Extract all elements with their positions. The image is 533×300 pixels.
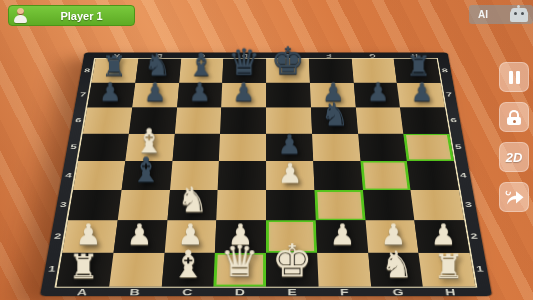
share-arrow-icon [504, 189, 525, 206]
square-d4[interactable] [217, 161, 265, 190]
square-e1[interactable]: ♚ [266, 252, 318, 286]
square-e7[interactable] [266, 83, 311, 108]
rank-label-left-2: 2 [53, 232, 61, 241]
white-pawn[interactable]: ♟ [113, 220, 164, 249]
square-f4[interactable] [313, 161, 362, 190]
white-pawn[interactable]: ♟ [316, 220, 367, 249]
square-a4[interactable] [73, 161, 125, 190]
black-king[interactable]: ♚ [266, 42, 310, 80]
black-pawn[interactable]: ♟ [266, 131, 313, 158]
square-g3[interactable] [362, 190, 414, 220]
lock-icon [507, 110, 521, 125]
white-pawn[interactable]: ♟ [418, 220, 469, 249]
square-h4[interactable] [407, 161, 459, 190]
square-g6[interactable] [355, 107, 403, 133]
black-bishop[interactable]: ♝ [121, 152, 169, 187]
rank-label-right-8: 8 [441, 67, 448, 73]
square-g7[interactable]: ♟ [353, 83, 400, 108]
file-label-top-A: A [113, 53, 120, 58]
person-avatar-icon [12, 7, 29, 24]
square-b7[interactable]: ♟ [132, 83, 179, 108]
white-knight[interactable]: ♞ [167, 182, 216, 217]
rank-label-left-6: 6 [74, 117, 81, 124]
square-e8[interactable]: ♚ [266, 59, 310, 83]
rank-label-right-1: 1 [475, 264, 484, 273]
file-label-top-F: F [326, 53, 331, 58]
black-pawn[interactable]: ♟ [399, 79, 444, 104]
black-queen[interactable]: ♛ [222, 44, 266, 80]
black-rook[interactable]: ♜ [396, 52, 440, 80]
file-label-top-E: E [284, 53, 289, 58]
square-f2[interactable]: ♟ [315, 220, 367, 252]
white-player-badge: Player 1 [8, 5, 135, 26]
file-label-top-H: H [411, 53, 418, 58]
file-label-top-B: B [156, 53, 162, 58]
black-player-name: AI [478, 9, 511, 20]
white-king[interactable]: ♚ [266, 237, 318, 283]
square-h1[interactable]: ♜ [418, 252, 475, 286]
square-b4[interactable]: ♝ [121, 161, 172, 190]
square-a1[interactable]: ♜ [56, 252, 113, 286]
square-c6[interactable] [174, 107, 221, 133]
square-f1[interactable] [316, 252, 370, 286]
square-d6[interactable] [220, 107, 266, 133]
app-window: ♜♞♝♛♚♜♟♟♟♟♟♟♟♞♝♟♝♟♞♟♟♟♟♟♟♟♜♝♛♚♞♜ AABBCCD… [0, 0, 533, 300]
square-c3[interactable]: ♞ [167, 190, 218, 220]
board-scene: ♜♞♝♛♚♜♟♟♟♟♟♟♟♞♝♟♝♟♞♟♟♟♟♟♟♟♜♝♛♚♞♜ AABBCCD… [0, 0, 533, 300]
rank-label-left-8: 8 [83, 67, 90, 73]
square-f5[interactable] [311, 134, 359, 161]
rank-label-right-2: 2 [469, 232, 477, 241]
black-pawn[interactable]: ♟ [87, 79, 132, 104]
white-knight[interactable]: ♞ [370, 246, 422, 283]
pause-icon [508, 71, 521, 84]
square-b3[interactable] [117, 190, 169, 220]
square-e4[interactable]: ♟ [266, 161, 314, 190]
square-f6[interactable]: ♞ [310, 107, 357, 133]
square-g4[interactable] [360, 161, 411, 190]
file-label-bottom-B: B [129, 287, 140, 297]
file-label-top-D: D [241, 53, 247, 58]
rank-label-left-4: 4 [64, 171, 72, 179]
file-label-bottom-G: G [391, 287, 403, 297]
square-h7[interactable]: ♟ [397, 83, 445, 108]
rank-label-right-3: 3 [464, 201, 472, 209]
2d-label: 2D [506, 150, 523, 165]
rank-label-left-5: 5 [69, 143, 77, 150]
square-d3[interactable] [216, 190, 266, 220]
square-f3[interactable] [314, 190, 365, 220]
robot-icon [511, 8, 527, 21]
black-pawn[interactable]: ♟ [221, 79, 266, 104]
square-h6[interactable] [400, 107, 449, 133]
file-label-bottom-H: H [444, 287, 456, 297]
board-grid[interactable]: ♜♞♝♛♚♜♟♟♟♟♟♟♟♞♝♟♝♟♞♟♟♟♟♟♟♟♜♝♛♚♞♜ [56, 59, 475, 287]
rank-label-left-1: 1 [47, 264, 56, 273]
square-h3[interactable] [410, 190, 463, 220]
file-label-bottom-C: C [181, 287, 192, 297]
lock-button[interactable] [499, 102, 529, 132]
file-label-bottom-A: A [76, 287, 88, 297]
black-pawn[interactable]: ♟ [132, 79, 177, 104]
view-2d-button[interactable]: 2D [499, 142, 529, 172]
square-a7[interactable]: ♟ [87, 83, 135, 108]
rank-label-right-4: 4 [459, 171, 467, 179]
square-d1[interactable]: ♛ [213, 252, 265, 286]
square-e3[interactable] [266, 190, 316, 220]
white-bishop[interactable]: ♝ [161, 245, 213, 283]
rank-label-left-7: 7 [79, 91, 86, 98]
file-label-bottom-E: E [287, 287, 297, 297]
square-c7[interactable]: ♟ [176, 83, 222, 108]
white-player-name: Player 1 [29, 10, 134, 22]
chess-board: ♜♞♝♛♚♜♟♟♟♟♟♟♟♞♝♟♝♟♞♟♟♟♟♟♟♟♜♝♛♚♞♜ AABBCCD… [40, 53, 492, 296]
white-rook[interactable]: ♜ [57, 249, 109, 283]
black-pawn[interactable]: ♟ [177, 79, 222, 104]
square-h5[interactable] [403, 134, 453, 161]
white-rook[interactable]: ♜ [422, 249, 474, 283]
file-label-bottom-F: F [339, 287, 348, 297]
file-label-top-C: C [199, 53, 205, 58]
square-g1[interactable]: ♞ [367, 252, 422, 286]
white-pawn[interactable]: ♟ [266, 159, 314, 186]
square-d7[interactable]: ♟ [221, 83, 266, 108]
file-label-bottom-D: D [234, 287, 244, 297]
square-b2[interactable]: ♟ [113, 220, 167, 252]
white-pawn[interactable]: ♟ [63, 220, 114, 249]
share-button[interactable] [499, 182, 529, 212]
square-a6[interactable] [82, 107, 131, 133]
square-g5[interactable] [357, 134, 406, 161]
black-knight[interactable]: ♞ [311, 99, 357, 131]
square-c5[interactable] [172, 134, 220, 161]
rank-label-right-7: 7 [445, 91, 452, 98]
square-c1[interactable]: ♝ [161, 252, 215, 286]
black-pawn[interactable]: ♟ [355, 79, 400, 104]
square-b1[interactable] [108, 252, 163, 286]
pause-button[interactable] [499, 62, 529, 92]
white-queen[interactable]: ♛ [213, 239, 265, 283]
square-a5[interactable] [78, 134, 129, 161]
square-a3[interactable] [67, 190, 120, 220]
square-d5[interactable] [219, 134, 266, 161]
rank-label-right-6: 6 [449, 117, 456, 124]
rank-label-right-5: 5 [454, 143, 462, 150]
file-label-top-G: G [368, 53, 375, 58]
rank-label-left-3: 3 [59, 201, 67, 209]
black-player-badge: AI [469, 5, 533, 24]
